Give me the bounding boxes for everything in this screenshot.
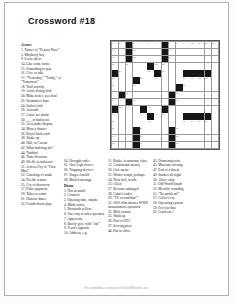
block-cell (126, 56, 133, 63)
letter-cell[interactable]: 32 (197, 77, 204, 84)
letter-cell[interactable]: 64 (140, 142, 147, 149)
down-clues-list-1: 64. Drought ender65. Van Gogh flower66. … (64, 159, 106, 235)
letter-cell[interactable]: 53 (183, 120, 190, 127)
letter-cell[interactable] (162, 142, 169, 149)
letter-cell[interactable]: 42 (176, 99, 183, 106)
clue-number: 33 (205, 77, 207, 79)
letter-cell[interactable] (119, 127, 126, 134)
letter-cell[interactable] (205, 142, 212, 149)
block-cell (133, 142, 140, 149)
clue-number: 29 (155, 77, 157, 79)
clue-number: 15 (133, 49, 135, 51)
clue-number: 49 (155, 113, 157, 115)
letter-cell[interactable]: 3 (133, 42, 140, 49)
letter-cell[interactable] (190, 92, 197, 99)
clue: 62. Crash site? (153, 211, 205, 215)
letter-cell[interactable] (147, 127, 154, 134)
clue: 16. Give or take (21, 72, 63, 76)
letter-cell[interactable] (212, 70, 219, 77)
clue-number: 61 (140, 135, 142, 137)
letter-cell[interactable] (183, 142, 190, 149)
clue-number: 30 (183, 77, 185, 79)
clue: 21. Winter temps, perhaps (108, 173, 152, 177)
block-cell (126, 49, 133, 56)
letter-cell[interactable]: 40 (119, 99, 126, 106)
page: Crossword #18 12345678910111213141516171… (4, 2, 229, 296)
clue-number: 45 (148, 106, 150, 108)
clue-number: 42 (176, 99, 178, 101)
letter-cell[interactable]: 36 (183, 84, 190, 91)
clue-number: 38 (176, 92, 178, 94)
letter-cell[interactable] (169, 120, 176, 127)
clue-number: 56 (205, 120, 207, 122)
letter-cell[interactable] (190, 49, 197, 56)
clue: 37. Serving piece (108, 224, 152, 228)
letter-cell[interactable]: 29 (154, 77, 161, 84)
letter-cell[interactable] (212, 99, 219, 106)
clue: 51. Actress Foy of “First Man” (21, 165, 63, 173)
letter-cell[interactable] (190, 84, 197, 91)
letter-cell[interactable] (190, 99, 197, 106)
letter-cell[interactable] (126, 113, 133, 120)
clue-number: 37 (126, 92, 128, 94)
letter-cell[interactable] (205, 99, 212, 106)
letter-cell[interactable] (147, 84, 154, 91)
letter-cell[interactable] (162, 120, 169, 127)
clue-number: 20 (112, 63, 114, 65)
letter-cell[interactable]: 4 (140, 42, 147, 49)
letter-cell[interactable] (154, 84, 161, 91)
clue-number: 6 (155, 42, 156, 44)
block-cell (133, 135, 140, 142)
down-clues-list-3: 43. Drum majorette45. Museum offering47.… (153, 159, 205, 215)
letter-cell[interactable] (190, 63, 197, 70)
clue-number: 32 (198, 77, 200, 79)
letter-cell[interactable] (119, 120, 126, 127)
letter-cell[interactable]: 13 (212, 42, 219, 49)
letter-cell[interactable]: 2 (119, 42, 126, 49)
clue: 61. Historic times (21, 197, 63, 201)
letter-cell[interactable]: 21 (126, 63, 133, 70)
clue: 17. “Yesterday,” “Today,” or “Tomorrow” (21, 76, 63, 84)
clue-number: 41 (133, 99, 135, 101)
letter-cell[interactable] (190, 56, 197, 63)
clue: 68. Mailed message (64, 178, 106, 182)
letter-cell[interactable] (197, 127, 204, 134)
letter-cell[interactable]: 57 (112, 127, 119, 134)
letter-cell[interactable]: 52 (147, 120, 154, 127)
letter-cell[interactable] (119, 135, 126, 142)
letter-cell[interactable]: 39 (112, 99, 119, 106)
letter-cell[interactable]: 62 (176, 135, 183, 142)
block-cell (162, 56, 169, 63)
clue-number: 47 (112, 113, 114, 115)
letter-cell[interactable] (154, 92, 161, 99)
letter-cell[interactable] (212, 77, 219, 84)
clue-number: 28 (140, 77, 142, 79)
clue-number: 65 (176, 142, 178, 144)
letter-cell[interactable] (205, 135, 212, 142)
clue-number: 5 (148, 42, 149, 44)
letter-cell[interactable] (176, 113, 183, 120)
clue-number: 59 (176, 127, 178, 129)
letter-cell[interactable]: 26 (162, 70, 169, 77)
letter-cell[interactable] (154, 49, 161, 56)
clue-number: 25 (148, 70, 150, 72)
letter-cell[interactable] (190, 135, 197, 142)
letter-cell[interactable] (162, 127, 169, 134)
letter-cell[interactable] (154, 56, 161, 63)
letter-cell[interactable]: 58 (140, 127, 147, 134)
letter-cell[interactable] (126, 77, 133, 84)
clue-number: 14 (112, 49, 114, 51)
clue: 29. “I'll second that!” (108, 197, 152, 201)
clue: 67. Singer Arnold (64, 173, 106, 177)
letter-cell[interactable]: 41 (133, 99, 140, 106)
letter-cell[interactable]: 12 (205, 42, 212, 49)
clue-section-header: Across (21, 43, 63, 47)
letter-cell[interactable] (140, 84, 147, 91)
clue-number: 53 (183, 120, 185, 122)
letter-cell[interactable]: 7 (169, 42, 176, 49)
letter-cell[interactable] (212, 92, 219, 99)
clue-number: 1 (112, 42, 113, 44)
letter-cell[interactable]: 45 (147, 106, 154, 113)
letter-cell[interactable]: 56 (205, 120, 212, 127)
letter-cell[interactable] (169, 84, 176, 91)
letter-cell[interactable]: 17 (112, 56, 119, 63)
letter-cell[interactable] (162, 92, 169, 99)
letter-cell[interactable] (190, 106, 197, 113)
letter-cell[interactable] (140, 56, 147, 63)
letter-cell[interactable] (176, 70, 183, 77)
clue: 10. Address, e.g. (64, 231, 106, 235)
letter-cell[interactable]: 10 (190, 42, 197, 49)
letter-cell[interactable]: 15 (133, 49, 140, 56)
letter-cell[interactable] (169, 63, 176, 70)
letter-cell[interactable]: 8 (176, 42, 183, 49)
letter-cell[interactable] (147, 77, 154, 84)
letter-cell[interactable] (212, 142, 219, 149)
letter-cell[interactable] (183, 63, 190, 70)
clue-number: 3 (133, 42, 134, 44)
crossword-grid: 1234567891011121314151617181920212223242… (110, 40, 220, 150)
clue-number: 17 (112, 56, 114, 58)
letter-cell[interactable]: 59 (176, 127, 183, 134)
letter-cell[interactable] (147, 142, 154, 149)
letter-cell[interactable]: 9 (183, 42, 190, 49)
block-cell (133, 127, 140, 134)
letter-cell[interactable]: 60 (112, 135, 119, 142)
letter-cell[interactable] (197, 49, 204, 56)
letter-cell[interactable] (212, 56, 219, 63)
clue-number: 58 (140, 127, 142, 129)
clue: 49. Studies all night (153, 173, 205, 177)
letter-cell[interactable] (205, 92, 212, 99)
letter-cell[interactable]: 18 (133, 56, 140, 63)
clue-number: 8 (176, 42, 177, 44)
letter-cell[interactable] (126, 142, 133, 149)
clue-number: 39 (112, 99, 114, 101)
letter-cell[interactable] (197, 56, 204, 63)
clue-number: 57 (112, 127, 114, 129)
letter-cell[interactable] (119, 113, 126, 120)
letter-cell[interactable] (126, 127, 133, 134)
letter-cell[interactable] (169, 77, 176, 84)
clue-number: 54 (191, 120, 193, 122)
clue: 31. 2016 film about a WWII assassination… (108, 201, 152, 209)
page-title: Crossword #18 (28, 16, 95, 26)
letter-cell[interactable] (183, 99, 190, 106)
letter-cell[interactable] (162, 84, 169, 91)
clue-number: 44 (126, 106, 128, 108)
clue-number: 9 (183, 42, 184, 44)
clue: 32. Area under dispute (21, 123, 63, 127)
clue-section-header: Down (64, 184, 106, 188)
letter-cell[interactable] (183, 127, 190, 134)
clue-number: 60 (112, 135, 114, 137)
letter-cell[interactable] (176, 106, 183, 113)
block-cell (169, 135, 176, 142)
clue: 42. What bad dogs do? (21, 146, 63, 150)
clue: 40. Put in office (108, 229, 152, 233)
letter-cell[interactable] (190, 142, 197, 149)
clue-number: 7 (169, 42, 170, 44)
letter-cell[interactable]: 6 (154, 42, 161, 49)
letter-cell[interactable]: 28 (140, 77, 147, 84)
clue-number: 13 (212, 42, 214, 44)
letter-cell[interactable] (176, 63, 183, 70)
letter-cell[interactable]: 25 (147, 70, 154, 77)
block-cell (169, 142, 176, 149)
footer-credit: Free printables courtesy of PrintNPracti… (5, 274, 228, 292)
letter-cell[interactable] (212, 135, 219, 142)
letter-cell[interactable] (162, 77, 169, 84)
letter-cell[interactable] (197, 142, 204, 149)
clue-number: 23 (162, 63, 164, 65)
letter-cell[interactable]: 33 (205, 77, 212, 84)
clue-number: 31 (191, 77, 193, 79)
letter-cell[interactable]: 5 (147, 42, 154, 49)
letter-cell[interactable] (205, 63, 212, 70)
letter-cell[interactable]: 1 (112, 42, 119, 49)
letter-cell[interactable]: 38 (176, 92, 183, 99)
letter-cell[interactable] (197, 106, 204, 113)
letter-cell[interactable] (154, 99, 161, 106)
letter-cell[interactable] (212, 120, 219, 127)
block-cell (169, 127, 176, 134)
letter-cell[interactable] (133, 113, 140, 120)
letter-cell[interactable] (133, 92, 140, 99)
letter-cell[interactable] (183, 49, 190, 56)
clue-number: 46 (169, 106, 171, 108)
letter-cell[interactable] (154, 120, 161, 127)
letter-cell[interactable] (140, 49, 147, 56)
letter-cell[interactable]: 63 (112, 142, 119, 149)
letter-cell[interactable]: 22 (154, 63, 161, 70)
letter-cell[interactable] (162, 135, 169, 142)
letter-cell[interactable] (183, 92, 190, 99)
letter-cell[interactable] (183, 56, 190, 63)
letter-cell[interactable]: 16 (169, 49, 176, 56)
letter-cell[interactable] (212, 106, 219, 113)
letter-cell[interactable] (176, 77, 183, 84)
letter-cell[interactable] (212, 127, 219, 134)
letter-cell[interactable]: 55 (197, 120, 204, 127)
letter-cell[interactable] (147, 49, 154, 56)
across-clues-list: Across1. Turner of “Peyton Place”5. Mayb… (21, 43, 63, 206)
clue-number: 36 (183, 84, 185, 86)
block-cell (126, 42, 133, 49)
clue: 63. Fourth-down play (21, 202, 63, 206)
letter-cell[interactable]: 65 (176, 142, 183, 149)
letter-cell[interactable]: 54 (190, 120, 197, 127)
letter-cell[interactable] (119, 49, 126, 56)
letter-cell[interactable]: 35 (133, 84, 140, 91)
clue: 5. Brownish yellow (64, 208, 106, 212)
clue-number: 35 (133, 84, 135, 86)
clue-number: 55 (198, 120, 200, 122)
letter-cell[interactable]: 48 (140, 113, 147, 120)
letter-cell[interactable]: 31 (190, 77, 197, 84)
letter-cell[interactable] (162, 99, 169, 106)
letter-cell[interactable]: 46 (169, 106, 176, 113)
letter-cell[interactable] (126, 135, 133, 142)
letter-cell[interactable] (197, 135, 204, 142)
letter-cell[interactable]: 24 (119, 70, 126, 77)
clue-number: 48 (140, 113, 142, 115)
letter-cell[interactable]: 50 (162, 113, 169, 120)
letter-cell[interactable] (169, 113, 176, 120)
letter-cell[interactable] (197, 84, 204, 91)
block-cell (169, 99, 176, 106)
clue-number: 22 (155, 63, 157, 65)
block-cell (126, 99, 133, 106)
letter-cell[interactable]: 20 (112, 63, 119, 70)
clue-number: 26 (162, 70, 164, 72)
letter-cell[interactable] (140, 63, 147, 70)
letter-cell[interactable] (205, 127, 212, 134)
letter-cell[interactable] (183, 106, 190, 113)
down-clues-list-2: 11. Backs, in anatomy class13. Continent… (108, 159, 152, 233)
letter-cell[interactable] (205, 49, 212, 56)
letter-cell[interactable] (133, 70, 140, 77)
letter-cell[interactable] (147, 92, 154, 99)
letter-cell[interactable]: 11 (197, 42, 204, 49)
letter-cell[interactable] (205, 106, 212, 113)
clue-number: 21 (126, 63, 128, 65)
clue-number: 27 (112, 77, 114, 79)
clue-number: 18 (133, 56, 135, 58)
clue-number: 64 (140, 142, 142, 144)
clue-number: 43 (119, 106, 121, 108)
letter-cell[interactable] (147, 135, 154, 142)
across-clues-column: Across1. Turner of “Peyton Place”5. Mayb… (21, 43, 63, 303)
letter-cell[interactable] (212, 63, 219, 70)
letter-cell[interactable] (205, 56, 212, 63)
clue-number: 12 (205, 42, 207, 44)
letter-cell[interactable] (212, 49, 219, 56)
letter-cell[interactable] (147, 99, 154, 106)
clue: 1. Turner of “Peyton Place” (21, 48, 63, 52)
clue-number: 10 (191, 42, 193, 44)
letter-cell[interactable] (190, 127, 197, 134)
letter-cell[interactable]: 14 (112, 49, 119, 56)
letter-cell[interactable] (183, 135, 190, 142)
clue-number: 51 (112, 120, 114, 122)
clue: 19. Arctic diving bird (21, 90, 63, 94)
letter-cell[interactable] (119, 142, 126, 149)
letter-cell[interactable] (169, 70, 176, 77)
letter-cell[interactable] (154, 142, 161, 149)
clue-number: 24 (119, 70, 121, 72)
letter-cell[interactable] (176, 56, 183, 63)
letter-cell[interactable] (197, 63, 204, 70)
letter-cell[interactable] (133, 63, 140, 70)
letter-cell[interactable] (119, 77, 126, 84)
down-clues-column-3: 43. Drum majorette45. Museum offering47.… (153, 159, 205, 272)
clue: 22. Swimmer's bane (21, 99, 63, 103)
letter-cell[interactable]: 19 (169, 56, 176, 63)
clue-number: 19 (169, 56, 171, 58)
letter-cell[interactable] (140, 99, 147, 106)
clue-number: 40 (119, 99, 121, 101)
letter-cell[interactable] (133, 120, 140, 127)
clue: 57. Golfer's cry (153, 197, 205, 201)
letter-cell[interactable] (154, 127, 161, 134)
block-cell (169, 92, 176, 99)
block-cell (119, 92, 126, 99)
letter-cell[interactable]: 37 (126, 92, 133, 99)
clue-number: 11 (198, 42, 200, 44)
clue-number: 16 (169, 49, 171, 51)
clue-number: 63 (112, 142, 114, 144)
letter-cell[interactable]: 43 (119, 106, 126, 113)
clue-number: 34 (112, 84, 114, 86)
letter-cell[interactable] (119, 56, 126, 63)
letter-cell[interactable] (147, 56, 154, 63)
letter-cell[interactable] (140, 92, 147, 99)
letter-cell[interactable] (133, 106, 140, 113)
clue: 52. Gunslinger's mark (21, 174, 63, 178)
letter-cell[interactable] (212, 84, 219, 91)
letter-cell[interactable] (126, 70, 133, 77)
letter-cell[interactable]: 44 (126, 106, 133, 113)
letter-cell[interactable] (112, 92, 119, 99)
clue-number: 4 (140, 42, 141, 44)
letter-cell[interactable] (154, 135, 161, 142)
letter-cell[interactable] (126, 84, 133, 91)
clue-number: 50 (162, 113, 164, 115)
letter-cell[interactable] (176, 49, 183, 56)
letter-cell[interactable] (205, 84, 212, 91)
letter-cell[interactable]: 34 (112, 84, 119, 91)
clue-number: 2 (119, 42, 120, 44)
letter-cell[interactable]: 49 (154, 113, 161, 120)
letter-cell[interactable]: 61 (140, 135, 147, 142)
block-cell (176, 84, 183, 91)
clue-number: 62 (176, 135, 178, 137)
letter-cell[interactable] (197, 92, 204, 99)
block-cell (162, 49, 169, 56)
clue-number: 52 (148, 120, 150, 122)
block-cell (162, 42, 169, 49)
letter-cell[interactable] (197, 99, 204, 106)
clue: 7. Appreciate (64, 217, 106, 221)
letter-cell[interactable] (119, 84, 126, 91)
letter-cell[interactable] (126, 120, 133, 127)
letter-cell[interactable] (212, 113, 219, 120)
